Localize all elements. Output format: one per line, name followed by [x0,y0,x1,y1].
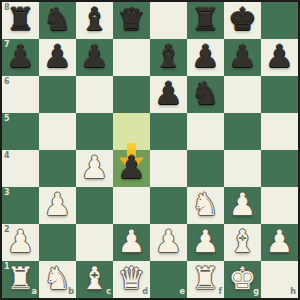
piece-white-queen-d1[interactable]: ♛ [118,260,146,297]
piece-cell-g5 [224,113,261,150]
piece-black-bishop-e7[interactable]: ♝ [155,38,183,75]
piece-white-pawn-e2[interactable]: ♟ [155,223,183,260]
piece-white-king-g1[interactable]: ♚ [229,260,257,297]
piece-white-pawn-h2[interactable]: ♟ [266,223,294,260]
piece-white-pawn-f2[interactable]: ♟ [192,223,220,260]
piece-cell-d6 [113,76,150,113]
piece-cell-b2 [39,224,76,261]
piece-cell-g6 [224,76,261,113]
piece-cell-d8: ♛ [113,2,150,39]
piece-cell-f3: ♞ [187,187,224,224]
piece-cell-h7: ♟ [261,39,298,76]
piece-cell-c8: ♝ [76,2,113,39]
piece-black-bishop-c8[interactable]: ♝ [81,1,109,38]
piece-cell-e7: ♝ [150,39,187,76]
piece-black-pawn-h7[interactable]: ♟ [266,38,294,75]
piece-cell-b3: ♟ [39,187,76,224]
piece-black-pawn-e6[interactable]: ♟ [155,75,183,112]
piece-cell-e6: ♟ [150,76,187,113]
piece-black-pawn-f7[interactable]: ♟ [192,38,220,75]
piece-black-king-g8[interactable]: ♚ [229,1,257,38]
piece-cell-d4: ♟ [113,150,150,187]
piece-cell-c1: ♝ [76,261,113,298]
piece-white-rook-f1[interactable]: ♜ [192,260,220,297]
piece-cell-h2: ♟ [261,224,298,261]
piece-cell-h3 [261,187,298,224]
piece-cell-a2: ♟ [2,224,39,261]
piece-cell-g8: ♚ [224,2,261,39]
piece-black-pawn-b7[interactable]: ♟ [44,38,72,75]
piece-cell-f1: ♜ [187,261,224,298]
piece-black-pawn-g7[interactable]: ♟ [229,38,257,75]
piece-white-pawn-g3[interactable]: ♟ [229,186,257,223]
piece-cell-b1: ♞ [39,261,76,298]
piece-white-rook-a1[interactable]: ♜ [7,260,35,297]
piece-black-pawn-d4[interactable]: ♟ [118,149,146,186]
piece-cell-b7: ♟ [39,39,76,76]
piece-cell-h6 [261,76,298,113]
piece-black-pawn-c7[interactable]: ♟ [81,38,109,75]
piece-cell-a8: ♜ [2,2,39,39]
piece-white-pawn-c4[interactable]: ♟ [81,149,109,186]
piece-cell-a7: ♟ [2,39,39,76]
piece-cell-f5 [187,113,224,150]
piece-cell-b8: ♞ [39,2,76,39]
piece-cell-d2: ♟ [113,224,150,261]
piece-white-pawn-b3[interactable]: ♟ [44,186,72,223]
piece-black-rook-f8[interactable]: ♜ [192,1,220,38]
piece-white-pawn-d2[interactable]: ♟ [118,223,146,260]
piece-cell-b5 [39,113,76,150]
piece-cell-f6: ♞ [187,76,224,113]
piece-cell-c6 [76,76,113,113]
piece-cell-g2: ♝ [224,224,261,261]
piece-cell-f7: ♟ [187,39,224,76]
piece-black-knight-f6[interactable]: ♞ [192,75,220,112]
piece-cell-b4 [39,150,76,187]
piece-cell-a1: ♜ [2,261,39,298]
piece-white-knight-b1[interactable]: ♞ [44,260,72,297]
piece-cell-f4 [187,150,224,187]
piece-cell-h1 [261,261,298,298]
piece-cell-a5 [2,113,39,150]
piece-black-pawn-a7[interactable]: ♟ [7,38,35,75]
piece-cell-d1: ♛ [113,261,150,298]
piece-cell-h5 [261,113,298,150]
piece-cell-c5 [76,113,113,150]
piece-cell-f8: ♜ [187,2,224,39]
piece-cell-h4 [261,150,298,187]
piece-cell-g7: ♟ [224,39,261,76]
piece-cell-e2: ♟ [150,224,187,261]
piece-cell-d3 [113,187,150,224]
piece-white-knight-f3[interactable]: ♞ [192,186,220,223]
pieces-layer: ♜♞♝♛♜♚♟♟♟♝♟♟♟♟♞♟♟♟♞♟♟♟♟♟♝♟♜♞♝♛♜♚ [2,2,298,298]
piece-cell-c3 [76,187,113,224]
piece-cell-a6 [2,76,39,113]
piece-cell-f2: ♟ [187,224,224,261]
piece-black-queen-d8[interactable]: ♛ [118,1,146,38]
piece-cell-g3: ♟ [224,187,261,224]
piece-cell-e4 [150,150,187,187]
piece-cell-e1 [150,261,187,298]
piece-cell-a3 [2,187,39,224]
piece-white-bishop-c1[interactable]: ♝ [81,260,109,297]
piece-cell-c7: ♟ [76,39,113,76]
piece-cell-e3 [150,187,187,224]
piece-cell-c2 [76,224,113,261]
piece-cell-g1: ♚ [224,261,261,298]
piece-cell-g4 [224,150,261,187]
piece-black-rook-a8[interactable]: ♜ [7,1,35,38]
piece-cell-e5 [150,113,187,150]
piece-white-pawn-a2[interactable]: ♟ [7,223,35,260]
piece-cell-b6 [39,76,76,113]
piece-cell-d5 [113,113,150,150]
piece-black-knight-b8[interactable]: ♞ [44,1,72,38]
piece-cell-a4 [2,150,39,187]
piece-cell-c4: ♟ [76,150,113,187]
chess-board[interactable]: 87654321abcdefgh ♜♞♝♛♜♚♟♟♟♝♟♟♟♟♞♟♟♟♞♟♟♟♟… [2,2,298,298]
piece-white-bishop-g2[interactable]: ♝ [229,223,257,260]
piece-cell-e8 [150,2,187,39]
chess-board-frame: 87654321abcdefgh ♜♞♝♛♜♚♟♟♟♝♟♟♟♟♞♟♟♟♞♟♟♟♟… [0,0,300,300]
piece-cell-d7 [113,39,150,76]
piece-cell-h8 [261,2,298,39]
